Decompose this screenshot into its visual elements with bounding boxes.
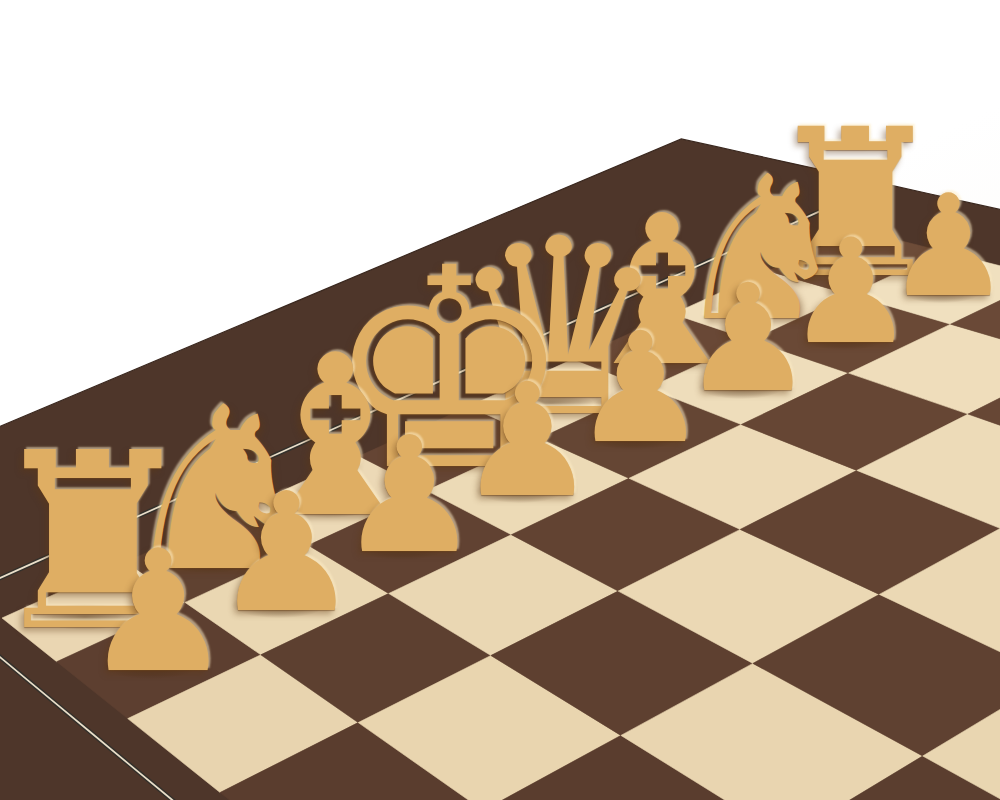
chess-set-photo: Wooden Staunton chess set — white pieces… xyxy=(0,0,1000,800)
pawn-glyph: ♟ xyxy=(83,528,234,696)
piece-white-pawn-h2[interactable]: ♟ xyxy=(49,528,268,696)
